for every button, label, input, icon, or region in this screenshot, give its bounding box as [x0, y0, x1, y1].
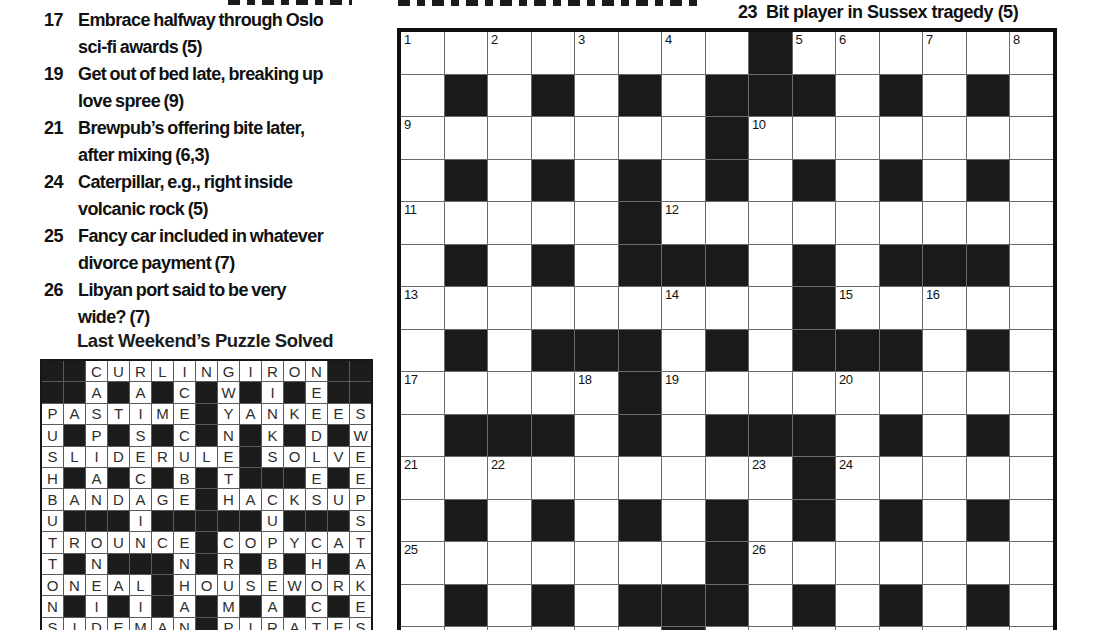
white-cell: [749, 287, 792, 329]
white-cell: [793, 117, 836, 159]
black-cell: [880, 500, 923, 542]
black-cell: [749, 75, 792, 117]
clue-item: 19Get out of bed late, breaking uplove s…: [40, 61, 375, 115]
white-cell: [836, 500, 879, 542]
black-cell: [152, 382, 173, 402]
letter-cell: N: [174, 618, 195, 630]
letter-cell: S: [130, 425, 151, 445]
white-cell: [749, 330, 792, 372]
letter-cell: E: [350, 596, 371, 616]
letter-cell: I: [240, 618, 261, 630]
black-cell: [328, 382, 349, 402]
white-cell: [1010, 415, 1053, 457]
clue-text: Get out of bed late, breaking uplove spr…: [78, 61, 323, 115]
white-cell: 23: [749, 457, 792, 499]
letter-cell: G: [218, 361, 239, 381]
white-cell: 25: [401, 542, 444, 584]
white-cell: [880, 32, 923, 74]
black-cell: [619, 500, 662, 542]
white-cell: [662, 330, 705, 372]
solved-puzzle-grid: CURLINGIRONAACWIEPASTIMEYANKEESUPSCNKDWS…: [40, 359, 373, 630]
letter-cell: S: [240, 575, 261, 595]
letter-cell: P: [262, 532, 283, 552]
white-cell: 5: [793, 32, 836, 74]
letter-cell: E: [130, 447, 151, 467]
white-cell: [706, 457, 749, 499]
clipped-clue-text-fragment: [398, 0, 703, 6]
black-cell: [445, 160, 488, 202]
black-cell: [575, 330, 618, 372]
letter-cell: D: [86, 618, 107, 630]
letter-cell: O: [42, 575, 63, 595]
black-cell: [619, 372, 662, 414]
letter-cell: T: [218, 468, 239, 488]
white-cell: [619, 457, 662, 499]
letter-cell: B: [42, 489, 63, 509]
letter-cell: L: [196, 447, 217, 467]
letter-cell: I: [262, 382, 283, 402]
cell-number: 2: [491, 33, 498, 47]
black-cell: [923, 245, 966, 287]
black-cell: [880, 585, 923, 627]
black-cell: [749, 32, 792, 74]
letter-cell: E: [328, 618, 349, 630]
black-cell: [445, 75, 488, 117]
letter-cell: T: [42, 532, 63, 552]
black-cell: [488, 415, 531, 457]
white-cell: 18: [575, 372, 618, 414]
black-cell: [967, 75, 1010, 117]
black-cell: [706, 245, 749, 287]
clue-text: Bit player in Sussex tragedy (5): [766, 2, 1018, 23]
letter-cell: E: [174, 532, 195, 552]
black-cell: [196, 554, 217, 574]
white-cell: [445, 32, 488, 74]
letter-cell: O: [86, 532, 107, 552]
cell-number: 17: [404, 373, 417, 387]
letter-cell: O: [196, 575, 217, 595]
black-cell: [350, 361, 371, 381]
letter-cell: K: [284, 489, 305, 509]
white-cell: [1010, 500, 1053, 542]
newspaper-crossword-page: { "game": "cryptic crossword (newspaper …: [0, 0, 1104, 630]
white-cell: [880, 202, 923, 244]
black-cell: [196, 382, 217, 402]
white-cell: [1010, 330, 1053, 372]
letter-cell: I: [130, 596, 151, 616]
white-cell: [923, 457, 966, 499]
letter-cell: C: [152, 532, 173, 552]
letter-cell: A: [328, 532, 349, 552]
letter-cell: L: [64, 447, 85, 467]
white-cell: [836, 542, 879, 584]
letter-cell: U: [218, 575, 239, 595]
white-cell: [532, 457, 575, 499]
letter-cell: C: [130, 468, 151, 488]
black-cell: [445, 500, 488, 542]
black-cell: [196, 425, 217, 445]
cell-number: 16: [926, 288, 939, 302]
black-cell: [619, 585, 662, 627]
letter-cell: A: [108, 575, 129, 595]
white-cell: [836, 117, 879, 159]
cell-number: 15: [839, 288, 852, 302]
black-cell: [967, 330, 1010, 372]
letter-cell: N: [196, 361, 217, 381]
white-cell: 22: [488, 457, 531, 499]
black-cell: [152, 511, 173, 531]
white-cell: 14: [662, 287, 705, 329]
cell-number: 14: [665, 288, 678, 302]
white-cell: [967, 32, 1010, 74]
black-cell: [619, 330, 662, 372]
clue-number: 26: [40, 277, 78, 331]
white-cell: [662, 500, 705, 542]
white-cell: [923, 372, 966, 414]
white-cell: [706, 202, 749, 244]
black-cell: [196, 404, 217, 424]
white-cell: 9: [401, 117, 444, 159]
letter-cell: U: [42, 511, 63, 531]
letter-cell: A: [174, 596, 195, 616]
letter-cell: T: [306, 618, 327, 630]
letter-cell: D: [108, 447, 129, 467]
black-cell: [64, 554, 85, 574]
black-cell: [240, 447, 261, 467]
letter-cell: S: [350, 404, 371, 424]
white-cell: [749, 585, 792, 627]
white-cell: [575, 202, 618, 244]
letter-cell: U: [108, 532, 129, 552]
letter-cell: I: [130, 404, 151, 424]
black-cell: [64, 596, 85, 616]
black-cell: [306, 511, 327, 531]
letter-cell: A: [284, 618, 305, 630]
white-cell: [401, 415, 444, 457]
white-cell: [532, 117, 575, 159]
letter-cell: S: [350, 618, 371, 630]
letter-cell: U: [328, 489, 349, 509]
black-cell: [42, 382, 63, 402]
white-cell: [967, 542, 1010, 584]
black-cell: [793, 500, 836, 542]
black-cell: [532, 330, 575, 372]
white-cell: [445, 202, 488, 244]
letter-cell: N: [306, 361, 327, 381]
clue-text: Fancy car included in whateverdivorce pa…: [78, 223, 323, 277]
letter-cell: K: [350, 575, 371, 595]
white-cell: 11: [401, 202, 444, 244]
white-cell: 24: [836, 457, 879, 499]
cell-number: 10: [752, 118, 765, 132]
white-cell: [488, 585, 531, 627]
letter-cell: E: [350, 468, 371, 488]
black-cell: [152, 425, 173, 445]
white-cell: 3: [575, 32, 618, 74]
letter-cell: M: [218, 596, 239, 616]
cell-number: 7: [926, 33, 933, 47]
clue-number: 17: [40, 7, 78, 61]
white-cell: [488, 160, 531, 202]
white-cell: [1010, 117, 1053, 159]
white-cell: [880, 117, 923, 159]
white-cell: 6: [836, 32, 879, 74]
letter-cell: I: [86, 447, 107, 467]
letter-cell: P: [86, 425, 107, 445]
letter-cell: E: [174, 489, 195, 509]
white-cell: [967, 117, 1010, 159]
white-cell: [836, 160, 879, 202]
white-cell: [662, 542, 705, 584]
white-cell: [923, 330, 966, 372]
cell-number: 9: [404, 118, 411, 132]
black-cell: [196, 618, 217, 630]
letter-cell: R: [262, 361, 283, 381]
black-cell: [662, 585, 705, 627]
black-cell: [967, 585, 1010, 627]
white-cell: [532, 542, 575, 584]
black-cell: [64, 468, 85, 488]
letter-cell: R: [218, 554, 239, 574]
white-cell: [488, 75, 531, 117]
letter-cell: E: [174, 404, 195, 424]
black-cell: [152, 575, 173, 595]
black-cell: [445, 245, 488, 287]
letter-cell: B: [174, 468, 195, 488]
white-cell: [532, 287, 575, 329]
letter-cell: M: [152, 404, 173, 424]
letter-cell: A: [86, 382, 107, 402]
cell-number: 19: [665, 373, 678, 387]
letter-cell: N: [130, 532, 151, 552]
black-cell: [880, 415, 923, 457]
letter-cell: I: [64, 618, 85, 630]
black-cell: [108, 596, 129, 616]
white-cell: 4: [662, 32, 705, 74]
letter-cell: C: [86, 361, 107, 381]
black-cell: [967, 245, 1010, 287]
black-cell: [262, 468, 283, 488]
black-cell: [108, 554, 129, 574]
cell-number: 8: [1013, 33, 1020, 47]
cell-number: 21: [404, 458, 417, 472]
white-cell: [401, 585, 444, 627]
letter-cell: N: [174, 554, 195, 574]
black-cell: [130, 554, 151, 574]
black-cell: [532, 75, 575, 117]
black-cell: [284, 596, 305, 616]
black-cell: [152, 554, 173, 574]
clue-item: 26Libyan port said to be verywide? (7): [40, 277, 375, 331]
letter-cell: A: [64, 489, 85, 509]
black-cell: [240, 596, 261, 616]
white-cell: [836, 75, 879, 117]
white-cell: [1010, 160, 1053, 202]
letter-cell: A: [130, 489, 151, 509]
letter-cell: C: [262, 489, 283, 509]
cell-number: 6: [839, 33, 846, 47]
black-cell: [284, 554, 305, 574]
clue-item: 24Caterpillar, e.g., right insidevolcani…: [40, 169, 375, 223]
clue-text: Libyan port said to be verywide? (7): [78, 277, 286, 331]
white-cell: [836, 585, 879, 627]
black-cell: [196, 511, 217, 531]
letter-cell: U: [42, 425, 63, 445]
white-cell: [967, 287, 1010, 329]
black-cell: [64, 361, 85, 381]
white-cell: [967, 372, 1010, 414]
letter-cell: E: [306, 404, 327, 424]
black-cell: [880, 330, 923, 372]
black-cell: [706, 415, 749, 457]
black-cell: [532, 500, 575, 542]
white-cell: [967, 457, 1010, 499]
letter-cell: R: [130, 361, 151, 381]
white-cell: [923, 500, 966, 542]
white-cell: 1: [401, 32, 444, 74]
letter-cell: K: [284, 404, 305, 424]
white-cell: [836, 245, 879, 287]
letter-cell: U: [262, 511, 283, 531]
letter-cell: C: [306, 532, 327, 552]
black-cell: [880, 160, 923, 202]
letter-cell: D: [108, 489, 129, 509]
letter-cell: N: [64, 575, 85, 595]
black-cell: [108, 382, 129, 402]
letter-cell: T: [108, 404, 129, 424]
letter-cell: N: [86, 489, 107, 509]
black-cell: [967, 415, 1010, 457]
letter-cell: G: [152, 489, 173, 509]
black-cell: [284, 425, 305, 445]
letter-cell: I: [130, 511, 151, 531]
white-cell: 20: [836, 372, 879, 414]
cell-number: 11: [404, 203, 417, 217]
letter-cell: N: [42, 596, 63, 616]
black-cell: [240, 382, 261, 402]
white-cell: [401, 500, 444, 542]
clue-number: 24: [40, 169, 78, 223]
white-cell: [749, 202, 792, 244]
letter-cell: S: [42, 618, 63, 630]
letter-cell: C: [218, 532, 239, 552]
white-cell: [619, 542, 662, 584]
letter-cell: L: [152, 361, 173, 381]
letter-cell: A: [152, 618, 173, 630]
white-cell: 17: [401, 372, 444, 414]
letter-cell: H: [42, 468, 63, 488]
white-cell: [1010, 372, 1053, 414]
white-cell: [923, 585, 966, 627]
letter-cell: S: [350, 511, 371, 531]
letter-cell: O: [240, 532, 261, 552]
white-cell: [662, 75, 705, 117]
black-cell: [706, 330, 749, 372]
black-cell: [662, 245, 705, 287]
letter-cell: A: [240, 404, 261, 424]
white-cell: [662, 117, 705, 159]
cell-number: 23: [752, 458, 765, 472]
clipped-clue-text-fragment: [228, 0, 352, 5]
white-cell: [706, 32, 749, 74]
clue-number: 23: [738, 2, 757, 23]
white-cell: [575, 415, 618, 457]
black-cell: [328, 596, 349, 616]
letter-cell: A: [130, 382, 151, 402]
white-cell: [1010, 585, 1053, 627]
black-cell: [196, 489, 217, 509]
letter-cell: H: [174, 575, 195, 595]
white-cell: [1010, 457, 1053, 499]
letter-cell: I: [86, 596, 107, 616]
letter-cell: W: [218, 382, 239, 402]
cell-number: 22: [491, 458, 504, 472]
black-cell: [42, 361, 63, 381]
white-cell: [706, 287, 749, 329]
letter-cell: S: [86, 404, 107, 424]
letter-cell: C: [174, 382, 195, 402]
clue-number: 25: [40, 223, 78, 277]
cell-number: 26: [752, 543, 765, 557]
black-cell: [793, 245, 836, 287]
black-cell: [619, 415, 662, 457]
letter-cell: I: [174, 361, 195, 381]
white-cell: [793, 542, 836, 584]
letter-cell: C: [306, 596, 327, 616]
white-cell: [619, 287, 662, 329]
black-cell: [108, 425, 129, 445]
white-cell: [488, 542, 531, 584]
black-cell: [445, 415, 488, 457]
puzzle-grid: 1234567891011121314151617181920212223242…: [397, 28, 1057, 630]
white-cell: [619, 32, 662, 74]
white-cell: [923, 160, 966, 202]
black-cell: [445, 330, 488, 372]
letter-cell: Y: [284, 532, 305, 552]
letter-cell: U: [108, 361, 129, 381]
white-cell: [880, 457, 923, 499]
letter-cell: S: [262, 447, 283, 467]
black-cell: [532, 160, 575, 202]
black-cell: [706, 542, 749, 584]
letter-cell: A: [86, 468, 107, 488]
black-cell: [793, 75, 836, 117]
clue-number: 21: [40, 115, 78, 169]
letter-cell: Y: [218, 404, 239, 424]
white-cell: [575, 245, 618, 287]
letter-cell: R: [328, 575, 349, 595]
black-cell: [793, 457, 836, 499]
letter-cell: K: [262, 425, 283, 445]
letter-cell: P: [218, 618, 239, 630]
black-cell: [328, 361, 349, 381]
letter-cell: E: [86, 575, 107, 595]
white-cell: [488, 330, 531, 372]
black-cell: [284, 382, 305, 402]
letter-cell: A: [240, 489, 261, 509]
letter-cell: N: [262, 404, 283, 424]
white-cell: [445, 117, 488, 159]
clue-item: 17Embrace halfway through Oslosci-fi awa…: [40, 7, 375, 61]
letter-cell: R: [152, 447, 173, 467]
letter-cell: S: [42, 447, 63, 467]
white-cell: [793, 372, 836, 414]
black-cell: [152, 596, 173, 616]
white-cell: [749, 500, 792, 542]
white-cell: 21: [401, 457, 444, 499]
white-cell: [923, 542, 966, 584]
black-cell: [880, 75, 923, 117]
